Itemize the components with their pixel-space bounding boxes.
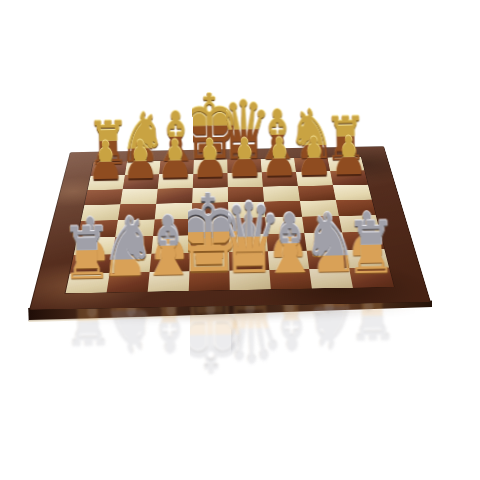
piece-reflection: ♟♟ <box>190 264 233 425</box>
piece-black-rook-a8[interactable]: ♜♜♜♜ <box>348 115 392 280</box>
piece-reflection: ♟♟ <box>269 262 312 423</box>
chess-board: ♜♜♜♜♞♞♞♞♝♝♝♝♚♚♚♚♛♛♛♛♝♝♝♝♞♞♞♞♜♜♜♜♟♟♟♟♟♟♟♟… <box>29 146 431 310</box>
pieces-layer: ♜♜♜♜♞♞♞♞♝♝♝♝♚♚♚♚♛♛♛♛♝♝♝♝♞♞♞♞♜♜♜♜♟♟♟♟♟♟♟♟… <box>66 157 394 293</box>
piece-reflection: ♟♟ <box>150 265 193 426</box>
piece-reflection: ♟♟ <box>111 265 154 426</box>
piece-reflection: ♟♟ <box>348 261 391 422</box>
piece-reflection: ♟♟ <box>308 262 351 423</box>
piece-black-knight-b8[interactable]: ♞♞♞♞ <box>308 116 352 281</box>
piece-reflection: ♟♟ <box>229 263 272 424</box>
photo-stage: ♜♜♜♜♞♞♞♞♝♝♝♝♚♚♚♚♛♛♛♛♝♝♝♝♞♞♞♞♜♜♜♜♟♟♟♟♟♟♟♟… <box>0 0 480 480</box>
piece-reflection: ♟♟ <box>71 266 114 427</box>
camera-tilt-wrapper: ♜♜♜♜♞♞♞♞♝♝♝♝♚♚♚♚♛♛♛♛♝♝♝♝♞♞♞♞♜♜♜♜♟♟♟♟♟♟♟♟… <box>0 0 480 480</box>
